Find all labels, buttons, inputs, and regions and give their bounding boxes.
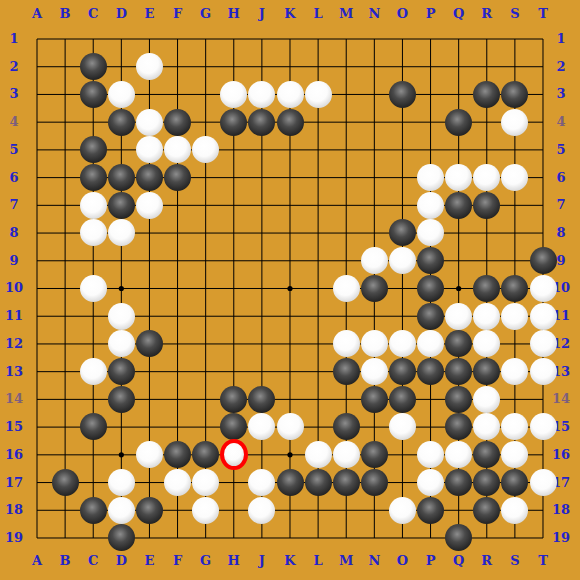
coordinate-label: O xyxy=(388,6,416,22)
white-stone xyxy=(445,441,472,468)
coordinate-label: R xyxy=(473,6,501,22)
board-intersection-R12[interactable] xyxy=(473,330,501,358)
coordinate-label: S xyxy=(501,553,529,569)
board-intersection-O8[interactable] xyxy=(388,219,416,247)
board-intersection-J14[interactable] xyxy=(248,385,276,413)
coordinate-label: E xyxy=(135,553,163,569)
board-intersection-S15[interactable] xyxy=(501,413,529,441)
board-intersection-S11[interactable] xyxy=(501,302,529,330)
board-intersection-D14[interactable] xyxy=(107,385,135,413)
white-stone xyxy=(361,330,388,357)
board-intersection-R16[interactable] xyxy=(473,441,501,469)
white-stone xyxy=(501,413,528,440)
board-intersection-P12[interactable] xyxy=(417,330,445,358)
black-stone xyxy=(361,441,388,468)
black-stone xyxy=(333,469,360,496)
board-intersection-C7[interactable] xyxy=(79,191,107,219)
board-intersection-K17[interactable] xyxy=(276,469,304,497)
white-stone xyxy=(501,303,528,330)
white-stone xyxy=(501,164,528,191)
board-intersection-S6[interactable] xyxy=(501,164,529,192)
white-stone xyxy=(136,109,163,136)
board-intersection-O12[interactable] xyxy=(388,330,416,358)
board-intersection-P17[interactable] xyxy=(417,469,445,497)
board-intersection-C15[interactable] xyxy=(79,413,107,441)
coordinate-label: D xyxy=(107,6,135,22)
coordinate-label: M xyxy=(332,553,360,569)
black-stone xyxy=(473,275,500,302)
white-stone xyxy=(501,358,528,385)
board-intersection-D6[interactable] xyxy=(107,164,135,192)
board-intersection-P18[interactable] xyxy=(417,496,445,524)
board-intersection-C6[interactable] xyxy=(79,164,107,192)
white-stone xyxy=(530,469,557,496)
black-stone xyxy=(192,441,219,468)
white-stone xyxy=(333,330,360,357)
black-stone xyxy=(445,524,472,551)
board-intersection-Q15[interactable] xyxy=(445,413,473,441)
board-intersection-N17[interactable] xyxy=(360,469,388,497)
board-intersection-J3[interactable] xyxy=(248,80,276,108)
black-stone xyxy=(80,53,107,80)
white-stone xyxy=(417,192,444,219)
board-intersection-D13[interactable] xyxy=(107,358,135,386)
board-intersection-S18[interactable] xyxy=(501,496,529,524)
goban[interactable] xyxy=(23,25,557,552)
board-intersection-G5[interactable] xyxy=(192,136,220,164)
board-intersection-D12[interactable] xyxy=(107,330,135,358)
white-stone xyxy=(501,441,528,468)
black-stone xyxy=(80,164,107,191)
white-stone xyxy=(248,497,275,524)
white-stone xyxy=(80,358,107,385)
board-intersection-P9[interactable] xyxy=(417,247,445,275)
black-stone xyxy=(80,81,107,108)
white-stone xyxy=(136,136,163,163)
go-diagram: ABCDEFGHJKLMNOPQRST ABCDEFGHJKLMNOPQRST … xyxy=(0,0,580,580)
coordinate-label: H xyxy=(220,553,248,569)
coordinate-label: N xyxy=(360,6,388,22)
black-stone xyxy=(164,164,191,191)
coordinate-label: J xyxy=(248,6,276,22)
board-intersection-T15[interactable] xyxy=(529,413,557,441)
board-intersection-R13[interactable] xyxy=(473,358,501,386)
black-stone xyxy=(248,386,275,413)
coordinate-label: R xyxy=(473,553,501,569)
white-stone xyxy=(136,192,163,219)
black-stone xyxy=(248,109,275,136)
white-stone xyxy=(473,330,500,357)
board-intersection-L17[interactable] xyxy=(304,469,332,497)
coordinate-label: O xyxy=(388,553,416,569)
white-stone xyxy=(389,413,416,440)
white-stone xyxy=(108,497,135,524)
white-stone xyxy=(473,413,500,440)
black-stone xyxy=(361,386,388,413)
board-intersection-K3[interactable] xyxy=(276,80,304,108)
coordinate-label: T xyxy=(529,553,557,569)
board-intersection-R6[interactable] xyxy=(473,164,501,192)
board-intersection-D7[interactable] xyxy=(107,191,135,219)
board-intersection-T9[interactable] xyxy=(529,247,557,275)
white-stone xyxy=(389,497,416,524)
black-stone xyxy=(473,441,500,468)
white-stone xyxy=(108,469,135,496)
board-intersection-E2[interactable] xyxy=(135,53,163,81)
board-intersection-C18[interactable] xyxy=(79,496,107,524)
white-stone xyxy=(80,219,107,246)
board-intersection-N16[interactable] xyxy=(360,441,388,469)
coordinate-label: K xyxy=(276,553,304,569)
board-intersection-J15[interactable] xyxy=(248,413,276,441)
board-intersection-O14[interactable] xyxy=(388,385,416,413)
coordinate-label: E xyxy=(135,6,163,22)
board-intersection-Q11[interactable] xyxy=(445,302,473,330)
black-stone xyxy=(417,275,444,302)
black-stone xyxy=(530,247,557,274)
white-stone xyxy=(530,358,557,385)
white-stone xyxy=(473,164,500,191)
white-stone xyxy=(530,413,557,440)
black-stone xyxy=(277,469,304,496)
coordinate-label: M xyxy=(332,6,360,22)
board-intersection-J18[interactable] xyxy=(248,496,276,524)
board-intersection-C2[interactable] xyxy=(79,53,107,81)
board-intersection-D8[interactable] xyxy=(107,219,135,247)
white-stone xyxy=(530,275,557,302)
white-stone xyxy=(417,330,444,357)
board-intersection-R17[interactable] xyxy=(473,469,501,497)
white-stone xyxy=(108,303,135,330)
white-stone xyxy=(164,136,191,163)
black-stone xyxy=(164,441,191,468)
coordinate-label: J xyxy=(248,553,276,569)
coordinate-label: D xyxy=(107,553,135,569)
board-intersection-F16[interactable] xyxy=(164,441,192,469)
black-stone xyxy=(80,413,107,440)
white-stone xyxy=(248,413,275,440)
board-intersection-C8[interactable] xyxy=(79,219,107,247)
board-intersection-C10[interactable] xyxy=(79,274,107,302)
board-intersection-E7[interactable] xyxy=(135,191,163,219)
board-intersection-M17[interactable] xyxy=(332,469,360,497)
black-stone xyxy=(220,386,247,413)
white-stone xyxy=(501,109,528,136)
board-intersection-E6[interactable] xyxy=(135,164,163,192)
black-stone xyxy=(473,192,500,219)
white-stone xyxy=(80,275,107,302)
black-stone xyxy=(361,275,388,302)
white-stone xyxy=(108,330,135,357)
board-intersection-J4[interactable] xyxy=(248,108,276,136)
board-intersection-M10[interactable] xyxy=(332,274,360,302)
board-intersection-T17[interactable] xyxy=(529,469,557,497)
board-intersection-K4[interactable] xyxy=(276,108,304,136)
white-stone xyxy=(333,275,360,302)
white-stone xyxy=(473,303,500,330)
black-stone xyxy=(80,136,107,163)
board-intersection-T13[interactable] xyxy=(529,358,557,386)
board-intersection-D4[interactable] xyxy=(107,108,135,136)
white-stone xyxy=(445,303,472,330)
white-stone xyxy=(473,386,500,413)
white-stone xyxy=(389,330,416,357)
board-intersection-S4[interactable] xyxy=(501,108,529,136)
white-stone xyxy=(277,413,304,440)
board-intersection-D18[interactable] xyxy=(107,496,135,524)
board-intersection-C13[interactable] xyxy=(79,358,107,386)
coordinate-label: Q xyxy=(445,6,473,22)
black-stone xyxy=(445,413,472,440)
coordinate-label: G xyxy=(192,553,220,569)
board-intersection-Q6[interactable] xyxy=(445,164,473,192)
black-stone xyxy=(164,109,191,136)
black-stone xyxy=(108,192,135,219)
black-stone xyxy=(445,358,472,385)
board-intersection-Q4[interactable] xyxy=(445,108,473,136)
coordinate-label: L xyxy=(304,553,332,569)
coordinate-label: B xyxy=(51,6,79,22)
coordinate-label: A xyxy=(23,553,51,569)
black-stone xyxy=(80,497,107,524)
white-stone xyxy=(248,81,275,108)
black-stone xyxy=(417,247,444,274)
black-stone xyxy=(501,469,528,496)
coordinate-label: Q xyxy=(445,553,473,569)
board-intersection-F17[interactable] xyxy=(164,469,192,497)
board-intersection-T11[interactable] xyxy=(529,302,557,330)
coordinate-label: N xyxy=(360,553,388,569)
board-intersection-M16[interactable] xyxy=(332,441,360,469)
board-intersection-Q13[interactable] xyxy=(445,358,473,386)
black-stone xyxy=(108,109,135,136)
black-stone xyxy=(333,358,360,385)
black-stone xyxy=(473,497,500,524)
black-stone xyxy=(389,386,416,413)
black-stone xyxy=(108,524,135,551)
board-intersection-D19[interactable] xyxy=(107,524,135,552)
board-intersection-Q14[interactable] xyxy=(445,385,473,413)
white-stone xyxy=(192,497,219,524)
black-stone xyxy=(52,469,79,496)
board-intersection-B17[interactable] xyxy=(51,469,79,497)
coordinate-label: T xyxy=(529,6,557,22)
white-stone xyxy=(445,164,472,191)
black-stone xyxy=(417,303,444,330)
black-stone xyxy=(417,497,444,524)
board-intersection-O9[interactable] xyxy=(388,247,416,275)
board-intersection-H4[interactable] xyxy=(220,108,248,136)
board-intersection-Q19[interactable] xyxy=(445,524,473,552)
board-intersection-Q12[interactable] xyxy=(445,330,473,358)
board-intersection-O15[interactable] xyxy=(388,413,416,441)
black-stone xyxy=(305,469,332,496)
white-stone xyxy=(417,469,444,496)
coordinate-label: P xyxy=(417,553,445,569)
board-intersection-S3[interactable] xyxy=(501,80,529,108)
board-intersection-S10[interactable] xyxy=(501,274,529,302)
board-intersection-Q16[interactable] xyxy=(445,441,473,469)
board-intersection-N14[interactable] xyxy=(360,385,388,413)
board-intersection-Q17[interactable] xyxy=(445,469,473,497)
white-stone xyxy=(277,81,304,108)
board-intersection-M13[interactable] xyxy=(332,358,360,386)
black-stone xyxy=(333,413,360,440)
coordinate-label: F xyxy=(164,553,192,569)
white-stone xyxy=(417,164,444,191)
coordinate-label: L xyxy=(304,6,332,22)
coordinate-label: H xyxy=(220,6,248,22)
board-intersection-G18[interactable] xyxy=(192,496,220,524)
board-intersection-T12[interactable] xyxy=(529,330,557,358)
white-stone xyxy=(220,81,247,108)
board-intersection-R14[interactable] xyxy=(473,385,501,413)
coordinate-label: S xyxy=(501,6,529,22)
board-intersection-K15[interactable] xyxy=(276,413,304,441)
white-stone xyxy=(108,81,135,108)
white-stone xyxy=(333,441,360,468)
black-stone xyxy=(108,358,135,385)
white-stone xyxy=(192,469,219,496)
white-stone xyxy=(417,219,444,246)
board-intersection-P16[interactable] xyxy=(417,441,445,469)
white-stone xyxy=(136,53,163,80)
board-intersection-S13[interactable] xyxy=(501,358,529,386)
black-stone xyxy=(277,109,304,136)
black-stone xyxy=(389,358,416,385)
board-intersection-N12[interactable] xyxy=(360,330,388,358)
board-intersection-G17[interactable] xyxy=(192,469,220,497)
board-intersection-O3[interactable] xyxy=(388,80,416,108)
black-stone xyxy=(473,358,500,385)
black-stone xyxy=(136,330,163,357)
white-stone xyxy=(501,497,528,524)
board-intersection-P7[interactable] xyxy=(417,191,445,219)
board-intersection-P8[interactable] xyxy=(417,219,445,247)
board-intersection-S17[interactable] xyxy=(501,469,529,497)
black-stone xyxy=(417,358,444,385)
coordinate-label: C xyxy=(79,553,107,569)
white-stone xyxy=(417,441,444,468)
black-stone xyxy=(389,81,416,108)
board-intersection-M15[interactable] xyxy=(332,413,360,441)
board-intersection-D3[interactable] xyxy=(107,80,135,108)
board-intersection-R15[interactable] xyxy=(473,413,501,441)
black-stone xyxy=(501,81,528,108)
white-stone xyxy=(305,81,332,108)
white-stone xyxy=(248,469,275,496)
board-intersection-E5[interactable] xyxy=(135,136,163,164)
white-stone xyxy=(361,358,388,385)
coordinate-label: B xyxy=(51,553,79,569)
board-intersection-H16[interactable] xyxy=(220,441,248,469)
board-intersection-J17[interactable] xyxy=(248,469,276,497)
board-intersection-R18[interactable] xyxy=(473,496,501,524)
board-intersection-P13[interactable] xyxy=(417,358,445,386)
board-intersection-R3[interactable] xyxy=(473,80,501,108)
board-intersection-H15[interactable] xyxy=(220,413,248,441)
board-intersection-O13[interactable] xyxy=(388,358,416,386)
board-intersection-M12[interactable] xyxy=(332,330,360,358)
board-intersection-T10[interactable] xyxy=(529,274,557,302)
black-stone xyxy=(108,164,135,191)
board-intersection-P6[interactable] xyxy=(417,164,445,192)
black-stone xyxy=(445,386,472,413)
board-intersection-H3[interactable] xyxy=(220,80,248,108)
board-intersection-N10[interactable] xyxy=(360,274,388,302)
board-intersection-E16[interactable] xyxy=(135,441,163,469)
black-stone xyxy=(445,469,472,496)
board-intersection-P11[interactable] xyxy=(417,302,445,330)
black-stone xyxy=(136,164,163,191)
white-stone xyxy=(361,247,388,274)
board-intersection-R7[interactable] xyxy=(473,191,501,219)
black-stone xyxy=(220,109,247,136)
board-intersection-L16[interactable] xyxy=(304,441,332,469)
board-intersection-R11[interactable] xyxy=(473,302,501,330)
board-intersection-G16[interactable] xyxy=(192,441,220,469)
white-stone xyxy=(530,303,557,330)
coordinate-label: A xyxy=(23,6,51,22)
black-stone xyxy=(445,330,472,357)
board-intersection-O18[interactable] xyxy=(388,496,416,524)
board-intersection-F4[interactable] xyxy=(164,108,192,136)
board-intersection-E18[interactable] xyxy=(135,496,163,524)
board-intersection-N9[interactable] xyxy=(360,247,388,275)
white-stone xyxy=(389,247,416,274)
board-intersection-N13[interactable] xyxy=(360,358,388,386)
black-stone xyxy=(136,497,163,524)
board-intersection-E12[interactable] xyxy=(135,330,163,358)
coordinate-label: C xyxy=(79,6,107,22)
board-intersection-Q7[interactable] xyxy=(445,191,473,219)
black-stone xyxy=(361,469,388,496)
black-stone xyxy=(473,469,500,496)
white-stone xyxy=(108,219,135,246)
black-stone xyxy=(220,413,247,440)
white-stone xyxy=(136,441,163,468)
board-intersection-D11[interactable] xyxy=(107,302,135,330)
coordinate-label: K xyxy=(276,6,304,22)
board-intersection-L3[interactable] xyxy=(304,80,332,108)
black-stone xyxy=(501,275,528,302)
board-intersection-P10[interactable] xyxy=(417,274,445,302)
board-intersection-F6[interactable] xyxy=(164,164,192,192)
board-intersection-S16[interactable] xyxy=(501,441,529,469)
board-intersection-C3[interactable] xyxy=(79,80,107,108)
board-intersection-C5[interactable] xyxy=(79,136,107,164)
white-stone xyxy=(305,441,332,468)
black-stone xyxy=(445,109,472,136)
white-stone xyxy=(530,330,557,357)
last-move-marker xyxy=(220,439,248,470)
board-intersection-H14[interactable] xyxy=(220,385,248,413)
board-intersection-R10[interactable] xyxy=(473,274,501,302)
black-stone xyxy=(473,81,500,108)
coordinate-label: P xyxy=(417,6,445,22)
black-stone xyxy=(445,192,472,219)
black-stone xyxy=(108,386,135,413)
white-stone xyxy=(164,469,191,496)
black-stone xyxy=(389,219,416,246)
coordinate-label: G xyxy=(192,6,220,22)
white-stone xyxy=(192,136,219,163)
white-stone xyxy=(80,192,107,219)
coordinate-label: F xyxy=(164,6,192,22)
board-intersection-D17[interactable] xyxy=(107,469,135,497)
board-intersection-F5[interactable] xyxy=(164,136,192,164)
board-intersection-E4[interactable] xyxy=(135,108,163,136)
